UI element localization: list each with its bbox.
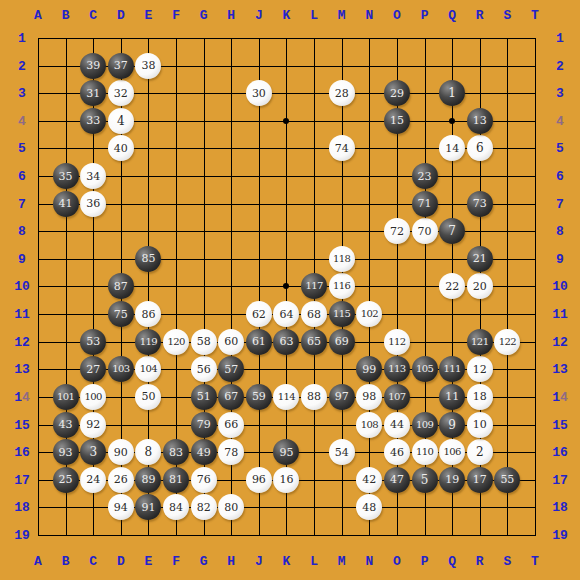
- move-number: 10: [473, 419, 487, 430]
- move-number: 46: [390, 447, 404, 458]
- column-label-N: N: [365, 555, 373, 568]
- column-label-C: C: [89, 9, 97, 22]
- move-number: 105: [416, 364, 433, 374]
- move-number: 3: [89, 446, 97, 458]
- move-number: 8: [145, 446, 153, 458]
- move-number: 2: [476, 446, 484, 458]
- stone-white-E16-move-8[interactable]: 8: [135, 439, 161, 465]
- column-label-T: T: [531, 9, 539, 22]
- stone-black-G16-move-49[interactable]: 49: [191, 439, 217, 465]
- move-number: 82: [197, 502, 211, 513]
- stone-white-C6-move-34[interactable]: 34: [80, 163, 106, 189]
- stone-black-P15-move-109[interactable]: 109: [412, 412, 438, 438]
- move-number: 38: [141, 60, 155, 71]
- stone-white-D17-move-26[interactable]: 26: [108, 467, 134, 493]
- stone-white-Q16-move-106[interactable]: 106: [439, 439, 465, 465]
- stone-white-M3-move-28[interactable]: 28: [329, 80, 355, 106]
- row-label-12: 12: [14, 335, 30, 348]
- stone-white-D5-move-40[interactable]: 40: [108, 135, 134, 161]
- move-number: 85: [141, 253, 155, 264]
- row-label-17: 17: [552, 473, 568, 486]
- stone-white-M9-move-118[interactable]: 118: [329, 246, 355, 272]
- move-number: 17: [473, 474, 487, 485]
- stone-white-O8-move-72[interactable]: 72: [384, 218, 410, 244]
- move-number: 121: [471, 337, 488, 347]
- move-number: 60: [224, 336, 238, 347]
- stone-white-E2-move-38[interactable]: 38: [135, 53, 161, 79]
- column-label-L: L: [310, 555, 318, 568]
- stone-white-J11-move-62[interactable]: 62: [246, 301, 272, 327]
- stone-black-R12-move-121[interactable]: 121: [467, 329, 493, 355]
- stone-black-R4-move-13[interactable]: 13: [467, 108, 493, 134]
- stone-black-J12-move-61[interactable]: 61: [246, 329, 272, 355]
- row-label-9: 9: [18, 252, 26, 265]
- stone-black-Q17-move-19[interactable]: 19: [439, 467, 465, 493]
- stone-black-G14-move-51[interactable]: 51: [191, 384, 217, 410]
- move-number: 66: [224, 419, 238, 430]
- move-number: 94: [114, 502, 128, 513]
- move-number: 78: [224, 447, 238, 458]
- column-label-F: F: [172, 555, 180, 568]
- row-label-3: 3: [18, 87, 26, 100]
- column-label-A: A: [34, 9, 42, 22]
- stone-white-F12-move-120[interactable]: 120: [163, 329, 189, 355]
- move-number: 97: [335, 391, 349, 402]
- row-label-15: 15: [552, 418, 568, 431]
- stone-black-C12-move-53[interactable]: 53: [80, 329, 106, 355]
- move-number: 69: [335, 336, 349, 347]
- move-number: 9: [448, 419, 456, 431]
- move-number: 13: [473, 115, 487, 126]
- move-number: 11: [445, 391, 459, 402]
- row-label-13: 13: [14, 363, 30, 376]
- column-label-S: S: [503, 9, 511, 22]
- stone-black-Q8-move-7[interactable]: 7: [439, 218, 465, 244]
- stone-white-S12-move-122[interactable]: 122: [494, 329, 520, 355]
- move-number: 26: [114, 474, 128, 485]
- stone-black-K12-move-63[interactable]: 63: [273, 329, 299, 355]
- column-label-J: J: [255, 555, 263, 568]
- stone-white-F18-move-84[interactable]: 84: [163, 494, 189, 520]
- stone-black-P6-move-23[interactable]: 23: [412, 163, 438, 189]
- move-number: 65: [307, 336, 321, 347]
- stone-white-R5-move-6[interactable]: 6: [467, 135, 493, 161]
- stone-black-B17-move-25[interactable]: 25: [53, 467, 79, 493]
- stone-white-Q5-move-14[interactable]: 14: [439, 135, 465, 161]
- move-number: 114: [278, 392, 295, 402]
- stone-black-C2-move-39[interactable]: 39: [80, 53, 106, 79]
- move-number: 80: [224, 502, 238, 513]
- move-number: 116: [333, 281, 350, 291]
- move-number: 47: [390, 474, 404, 485]
- stone-black-C4-move-33[interactable]: 33: [80, 108, 106, 134]
- stone-black-Q15-move-9[interactable]: 9: [439, 412, 465, 438]
- stone-black-M11-move-115[interactable]: 115: [329, 301, 355, 327]
- stone-black-H14-move-67[interactable]: 67: [218, 384, 244, 410]
- stone-white-C17-move-24[interactable]: 24: [80, 467, 106, 493]
- stone-white-D4-move-4[interactable]: 4: [108, 108, 134, 134]
- move-number: 22: [445, 281, 459, 292]
- stone-white-C7-move-36[interactable]: 36: [80, 191, 106, 217]
- move-number: 49: [197, 447, 211, 458]
- move-number: 64: [279, 309, 293, 320]
- stone-white-L11-move-68[interactable]: 68: [301, 301, 327, 327]
- stone-black-E17-move-89[interactable]: 89: [135, 467, 161, 493]
- move-number: 37: [114, 60, 128, 71]
- stone-black-O17-move-47[interactable]: 47: [384, 467, 410, 493]
- stone-white-N14-move-98[interactable]: 98: [356, 384, 382, 410]
- row-label-9: 9: [556, 252, 564, 265]
- row-label-15: 15: [14, 418, 30, 431]
- stone-black-D2-move-37[interactable]: 37: [108, 53, 134, 79]
- stone-white-N17-move-42[interactable]: 42: [356, 467, 382, 493]
- column-label-M: M: [338, 555, 346, 568]
- move-number: 61: [252, 336, 266, 347]
- move-number: 79: [197, 419, 211, 430]
- stone-black-C16-move-3[interactable]: 3: [80, 439, 106, 465]
- column-label-N: N: [365, 9, 373, 22]
- row-label-14: 14: [552, 390, 568, 403]
- stone-black-J14-move-59[interactable]: 59: [246, 384, 272, 410]
- move-number: 104: [140, 364, 157, 374]
- stone-white-E13-move-104[interactable]: 104: [135, 356, 161, 382]
- row-label-6: 6: [556, 170, 564, 183]
- move-number: 99: [362, 364, 376, 375]
- stone-white-D16-move-90[interactable]: 90: [108, 439, 134, 465]
- stone-black-B6-move-35[interactable]: 35: [53, 163, 79, 189]
- row-label-3: 3: [556, 87, 564, 100]
- stone-black-Q13-move-111[interactable]: 111: [439, 356, 465, 382]
- stone-black-L10-move-117[interactable]: 117: [301, 273, 327, 299]
- move-number: 122: [499, 337, 516, 347]
- column-label-B: B: [62, 9, 70, 22]
- move-number: 76: [197, 474, 211, 485]
- row-label-19: 19: [14, 528, 30, 541]
- column-label-R: R: [476, 555, 484, 568]
- stone-white-L14-move-88[interactable]: 88: [301, 384, 327, 410]
- row-label-12: 12: [552, 335, 568, 348]
- move-number: 103: [112, 364, 129, 374]
- move-number: 75: [114, 309, 128, 320]
- stone-black-N13-move-99[interactable]: 99: [356, 356, 382, 382]
- stone-white-O15-move-44[interactable]: 44: [384, 412, 410, 438]
- move-number: 58: [197, 336, 211, 347]
- stone-black-E18-move-91[interactable]: 91: [135, 494, 161, 520]
- star-point-K4: [283, 118, 289, 124]
- stone-black-O3-move-29[interactable]: 29: [384, 80, 410, 106]
- row-label-7: 7: [556, 197, 564, 210]
- stone-white-D3-move-32[interactable]: 32: [108, 80, 134, 106]
- stone-white-H18-move-80[interactable]: 80: [218, 494, 244, 520]
- move-number: 19: [445, 474, 459, 485]
- move-number: 113: [388, 364, 405, 374]
- move-number: 91: [141, 502, 155, 513]
- stone-white-O12-move-112[interactable]: 112: [384, 329, 410, 355]
- stone-black-D10-move-87[interactable]: 87: [108, 273, 134, 299]
- stone-black-P17-move-5[interactable]: 5: [412, 467, 438, 493]
- move-number: 59: [252, 391, 266, 402]
- stone-white-M5-move-74[interactable]: 74: [329, 135, 355, 161]
- stone-black-B14-move-101[interactable]: 101: [53, 384, 79, 410]
- stone-white-G17-move-76[interactable]: 76: [191, 467, 217, 493]
- move-number: 95: [279, 447, 293, 458]
- stone-white-H12-move-60[interactable]: 60: [218, 329, 244, 355]
- stone-white-G18-move-82[interactable]: 82: [191, 494, 217, 520]
- move-number: 33: [86, 115, 100, 126]
- move-number: 44: [390, 419, 404, 430]
- move-number: 51: [197, 391, 211, 402]
- move-number: 96: [252, 474, 266, 485]
- column-label-L: L: [310, 9, 318, 22]
- stone-white-H15-move-66[interactable]: 66: [218, 412, 244, 438]
- column-label-E: E: [145, 555, 153, 568]
- move-number: 109: [416, 420, 433, 430]
- row-label-6: 6: [18, 170, 26, 183]
- column-label-S: S: [503, 555, 511, 568]
- move-number: 119: [140, 337, 157, 347]
- move-number: 48: [362, 502, 376, 513]
- stone-white-R13-move-12[interactable]: 12: [467, 356, 493, 382]
- stone-black-B7-move-41[interactable]: 41: [53, 191, 79, 217]
- stone-black-R7-move-73[interactable]: 73: [467, 191, 493, 217]
- stone-white-E14-move-50[interactable]: 50: [135, 384, 161, 410]
- stone-white-Q10-move-22[interactable]: 22: [439, 273, 465, 299]
- column-label-H: H: [227, 9, 235, 22]
- row-label-16: 16: [552, 446, 568, 459]
- move-number: 118: [333, 254, 350, 264]
- move-number: 117: [305, 281, 322, 291]
- move-number: 15: [390, 115, 404, 126]
- column-label-G: G: [200, 9, 208, 22]
- move-number: 112: [388, 337, 405, 347]
- row-label-8: 8: [18, 225, 26, 238]
- move-number: 25: [59, 474, 73, 485]
- move-number: 39: [86, 60, 100, 71]
- move-number: 41: [59, 198, 73, 209]
- move-number: 1: [448, 87, 456, 99]
- stone-white-R10-move-20[interactable]: 20: [467, 273, 493, 299]
- column-label-E: E: [145, 9, 153, 22]
- move-number: 7: [448, 225, 456, 237]
- stone-white-R15-move-10[interactable]: 10: [467, 412, 493, 438]
- move-number: 55: [500, 474, 514, 485]
- move-number: 28: [335, 88, 349, 99]
- row-label-2: 2: [556, 59, 564, 72]
- stone-white-C15-move-92[interactable]: 92: [80, 412, 106, 438]
- move-number: 62: [252, 309, 266, 320]
- move-number: 84: [169, 502, 183, 513]
- row-label-14: 14: [14, 390, 30, 403]
- row-label-11: 11: [14, 308, 30, 321]
- row-label-17: 17: [14, 473, 30, 486]
- move-number: 4: [117, 115, 125, 127]
- stone-black-C13-move-27[interactable]: 27: [80, 356, 106, 382]
- column-label-T: T: [531, 555, 539, 568]
- move-number: 107: [388, 392, 405, 402]
- grid-line-horizontal: [38, 535, 536, 536]
- column-label-D: D: [117, 555, 125, 568]
- move-number: 92: [86, 419, 100, 430]
- move-number: 18: [473, 391, 487, 402]
- row-label-1: 1: [556, 32, 564, 45]
- stone-black-C3-move-31[interactable]: 31: [80, 80, 106, 106]
- stone-white-P8-move-70[interactable]: 70: [412, 218, 438, 244]
- move-number: 43: [59, 419, 73, 430]
- stone-black-O4-move-15[interactable]: 15: [384, 108, 410, 134]
- move-number: 81: [169, 474, 183, 485]
- column-label-R: R: [476, 9, 484, 22]
- move-number: 68: [307, 309, 321, 320]
- move-number: 67: [224, 391, 238, 402]
- row-label-18: 18: [14, 501, 30, 514]
- move-number: 108: [361, 420, 378, 430]
- stone-black-H13-move-57[interactable]: 57: [218, 356, 244, 382]
- stone-black-O13-move-113[interactable]: 113: [384, 356, 410, 382]
- move-number: 87: [114, 281, 128, 292]
- row-label-18: 18: [552, 501, 568, 514]
- row-label-7: 7: [18, 197, 26, 210]
- stone-black-D11-move-75[interactable]: 75: [108, 301, 134, 327]
- move-number: 120: [167, 337, 184, 347]
- star-point-Q4: [449, 118, 455, 124]
- move-number: 83: [169, 447, 183, 458]
- move-number: 86: [141, 309, 155, 320]
- stone-black-Q3-move-1[interactable]: 1: [439, 80, 465, 106]
- move-number: 88: [307, 391, 321, 402]
- move-number: 29: [390, 88, 404, 99]
- stone-black-B15-move-43[interactable]: 43: [53, 412, 79, 438]
- stone-white-R16-move-2[interactable]: 2: [467, 439, 493, 465]
- column-label-O: O: [393, 555, 401, 568]
- row-label-5: 5: [18, 142, 26, 155]
- column-label-P: P: [421, 9, 429, 22]
- move-number: 70: [418, 226, 432, 237]
- column-label-F: F: [172, 9, 180, 22]
- stone-black-P13-move-105[interactable]: 105: [412, 356, 438, 382]
- move-number: 40: [114, 143, 128, 154]
- column-label-K: K: [283, 9, 291, 22]
- stone-black-B16-move-93[interactable]: 93: [53, 439, 79, 465]
- stone-white-N15-move-108[interactable]: 108: [356, 412, 382, 438]
- column-label-J: J: [255, 9, 263, 22]
- stone-white-P16-move-110[interactable]: 110: [412, 439, 438, 465]
- stone-white-R14-move-18[interactable]: 18: [467, 384, 493, 410]
- stone-white-N18-move-48[interactable]: 48: [356, 494, 382, 520]
- move-number: 101: [57, 392, 74, 402]
- stone-white-H16-move-78[interactable]: 78: [218, 439, 244, 465]
- move-number: 27: [86, 364, 100, 375]
- column-label-O: O: [393, 9, 401, 22]
- stone-white-K11-move-64[interactable]: 64: [273, 301, 299, 327]
- row-label-4: 4: [556, 114, 564, 127]
- stone-black-L12-move-65[interactable]: 65: [301, 329, 327, 355]
- row-label-4: 4: [18, 114, 26, 127]
- go-board-diagram: ABCDEFGHJKLMNOPQRST ABCDEFGHJKLMNOPQRST …: [0, 0, 580, 580]
- stone-white-C14-move-100[interactable]: 100: [80, 384, 106, 410]
- stone-white-J3-move-30[interactable]: 30: [246, 80, 272, 106]
- stone-black-S17-move-55[interactable]: 55: [494, 467, 520, 493]
- stone-white-G13-move-56[interactable]: 56: [191, 356, 217, 382]
- grid-line-vertical: [535, 38, 536, 536]
- move-number: 5: [421, 474, 429, 486]
- move-number: 14: [445, 143, 459, 154]
- row-label-11: 11: [552, 308, 568, 321]
- move-number: 63: [279, 336, 293, 347]
- column-label-A: A: [34, 555, 42, 568]
- row-label-8: 8: [556, 225, 564, 238]
- stone-white-G12-move-58[interactable]: 58: [191, 329, 217, 355]
- stone-black-M14-move-97[interactable]: 97: [329, 384, 355, 410]
- move-number: 23: [418, 171, 432, 182]
- move-number: 73: [473, 198, 487, 209]
- stone-white-J17-move-96[interactable]: 96: [246, 467, 272, 493]
- stone-black-D13-move-103[interactable]: 103: [108, 356, 134, 382]
- move-number: 42: [362, 474, 376, 485]
- stone-white-N11-move-102[interactable]: 102: [356, 301, 382, 327]
- move-number: 74: [335, 143, 349, 154]
- move-number: 20: [473, 281, 487, 292]
- move-number: 90: [114, 447, 128, 458]
- move-number: 12: [473, 364, 487, 375]
- move-number: 71: [418, 198, 432, 209]
- column-label-G: G: [200, 555, 208, 568]
- move-number: 98: [362, 391, 376, 402]
- move-number: 93: [59, 447, 73, 458]
- stone-black-P7-move-71[interactable]: 71: [412, 191, 438, 217]
- stone-black-R9-move-21[interactable]: 21: [467, 246, 493, 272]
- move-number: 35: [59, 171, 73, 182]
- stone-black-G15-move-79[interactable]: 79: [191, 412, 217, 438]
- stone-black-K16-move-95[interactable]: 95: [273, 439, 299, 465]
- stone-black-M12-move-69[interactable]: 69: [329, 329, 355, 355]
- move-number: 24: [86, 474, 100, 485]
- column-label-H: H: [227, 555, 235, 568]
- move-number: 21: [473, 253, 487, 264]
- column-label-M: M: [338, 9, 346, 22]
- column-label-C: C: [89, 555, 97, 568]
- move-number: 56: [197, 364, 211, 375]
- column-label-D: D: [117, 9, 125, 22]
- row-label-16: 16: [14, 446, 30, 459]
- stone-white-O16-move-46[interactable]: 46: [384, 439, 410, 465]
- move-number: 31: [86, 88, 100, 99]
- move-number: 30: [252, 88, 266, 99]
- move-number: 89: [141, 474, 155, 485]
- move-number: 50: [141, 391, 155, 402]
- stone-white-K14-move-114[interactable]: 114: [273, 384, 299, 410]
- stone-black-F17-move-81[interactable]: 81: [163, 467, 189, 493]
- stone-black-Q14-move-11[interactable]: 11: [439, 384, 465, 410]
- stone-white-D18-move-94[interactable]: 94: [108, 494, 134, 520]
- stone-black-R17-move-17[interactable]: 17: [467, 467, 493, 493]
- stone-black-E12-move-119[interactable]: 119: [135, 329, 161, 355]
- star-point-K10: [283, 283, 289, 289]
- move-number: 110: [416, 447, 433, 457]
- row-label-10: 10: [552, 280, 568, 293]
- stone-white-M10-move-116[interactable]: 116: [329, 273, 355, 299]
- move-number: 115: [333, 309, 350, 319]
- stone-black-E9-move-85[interactable]: 85: [135, 246, 161, 272]
- stone-white-K17-move-16[interactable]: 16: [273, 467, 299, 493]
- move-number: 57: [224, 364, 238, 375]
- stone-white-M16-move-54[interactable]: 54: [329, 439, 355, 465]
- grid-line-vertical: [369, 38, 370, 536]
- column-label-K: K: [283, 555, 291, 568]
- move-number: 34: [86, 171, 100, 182]
- stone-black-F16-move-83[interactable]: 83: [163, 439, 189, 465]
- stone-white-E11-move-86[interactable]: 86: [135, 301, 161, 327]
- stone-black-O14-move-107[interactable]: 107: [384, 384, 410, 410]
